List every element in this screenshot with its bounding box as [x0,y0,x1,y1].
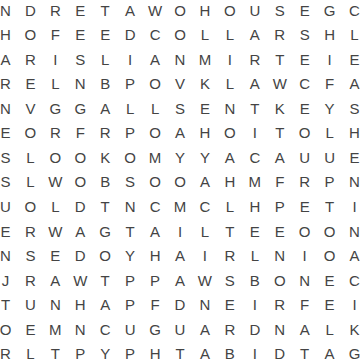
grid-cell[interactable]: A [143,47,168,72]
grid-cell[interactable]: N [342,219,360,244]
grid-cell[interactable]: N [68,72,93,97]
grid-cell[interactable]: P [118,268,143,293]
grid-cell[interactable]: O [267,268,292,293]
grid-cell[interactable]: I [118,47,143,72]
grid-cell[interactable]: E [242,219,267,244]
grid-cell[interactable]: U [242,0,267,23]
grid-cell[interactable]: P [118,121,143,146]
grid-cell[interactable]: G [93,219,118,244]
grid-cell[interactable]: N [267,243,292,268]
grid-cell[interactable]: G [317,0,342,23]
grid-cell[interactable]: R [18,47,43,72]
grid-cell[interactable]: F [317,72,342,97]
grid-cell[interactable]: T [317,194,342,219]
grid-cell[interactable]: H [192,0,217,23]
grid-cell[interactable]: O [18,121,43,146]
grid-cell[interactable]: V [18,96,43,121]
grid-cell[interactable]: O [317,219,342,244]
grid-cell[interactable]: P [118,72,143,97]
grid-cell[interactable]: A [267,145,292,170]
grid-cell[interactable]: E [43,243,68,268]
grid-cell[interactable]: A [292,317,317,342]
grid-cell[interactable]: N [43,292,68,317]
grid-cell[interactable]: C [342,0,360,23]
grid-cell[interactable]: U [18,292,43,317]
grid-cell[interactable]: O [93,243,118,268]
grid-cell[interactable]: D [168,292,193,317]
grid-cell[interactable]: U [292,145,317,170]
grid-cell[interactable]: E [292,194,317,219]
grid-cell[interactable]: H [143,243,168,268]
grid-cell[interactable]: E [292,47,317,72]
grid-cell[interactable]: N [342,170,360,195]
grid-cell[interactable]: N [192,292,217,317]
grid-cell[interactable]: A [93,96,118,121]
grid-cell[interactable]: L [18,170,43,195]
grid-cell[interactable]: T [242,96,267,121]
grid-cell[interactable]: D [68,194,93,219]
grid-cell[interactable]: M [143,145,168,170]
grid-cell[interactable]: L [217,72,242,97]
grid-cell[interactable]: T [217,219,242,244]
grid-cell[interactable]: A [192,341,217,361]
grid-cell[interactable]: L [342,23,360,48]
grid-cell[interactable]: A [93,292,118,317]
grid-cell[interactable]: A [342,72,360,97]
grid-cell[interactable]: M [192,47,217,72]
grid-cell[interactable]: R [267,23,292,48]
grid-cell[interactable]: R [242,47,267,72]
grid-cell[interactable]: E [342,145,360,170]
grid-cell[interactable]: M [168,194,193,219]
grid-cell[interactable]: S [118,170,143,195]
grid-cell[interactable]: A [168,268,193,293]
grid-cell[interactable]: E [342,47,360,72]
grid-cell[interactable]: U [317,145,342,170]
grid-cell[interactable]: E [18,317,43,342]
grid-cell[interactable]: K [342,317,360,342]
grid-cell[interactable]: T [0,292,18,317]
grid-cell[interactable]: W [192,268,217,293]
grid-cell[interactable]: A [43,268,68,293]
grid-cell[interactable]: T [43,341,68,361]
grid-cell[interactable]: W [267,72,292,97]
grid-cell[interactable]: A [0,47,18,72]
grid-cell[interactable]: H [242,194,267,219]
grid-cell[interactable]: H [317,23,342,48]
grid-cell[interactable]: N [217,96,242,121]
grid-cell[interactable]: H [217,170,242,195]
grid-cell[interactable]: A [342,243,360,268]
grid-cell[interactable]: E [217,292,242,317]
grid-cell[interactable]: O [217,121,242,146]
grid-cell[interactable]: A [192,170,217,195]
grid-cell[interactable]: K [192,72,217,97]
grid-cell[interactable]: F [267,170,292,195]
grid-cell[interactable]: L [43,72,68,97]
grid-cell[interactable]: O [292,121,317,146]
grid-cell[interactable]: A [168,121,193,146]
grid-cell[interactable]: E [267,219,292,244]
grid-cell[interactable]: S [0,170,18,195]
grid-cell[interactable]: E [317,292,342,317]
grid-cell[interactable]: L [192,23,217,48]
grid-cell[interactable]: A [242,72,267,97]
grid-cell[interactable]: S [0,145,18,170]
grid-cell[interactable]: N [0,243,18,268]
grid-cell[interactable]: Y [93,341,118,361]
grid-cell[interactable]: A [168,243,193,268]
grid-cell[interactable]: C [192,194,217,219]
grid-cell[interactable]: R [292,170,317,195]
grid-cell[interactable]: R [43,121,68,146]
grid-cell[interactable]: I [242,292,267,317]
grid-cell[interactable]: T [168,341,193,361]
grid-cell[interactable]: I [43,47,68,72]
grid-cell[interactable]: O [143,170,168,195]
grid-cell[interactable]: I [168,219,193,244]
grid-cell[interactable]: L [93,47,118,72]
grid-cell[interactable]: B [242,268,267,293]
grid-cell[interactable]: O [118,145,143,170]
grid-cell[interactable]: Y [192,145,217,170]
grid-cell[interactable]: P [118,341,143,361]
grid-cell[interactable]: F [68,121,93,146]
grid-cell[interactable]: H [192,121,217,146]
grid-cell[interactable]: Y [118,243,143,268]
grid-cell[interactable]: E [292,96,317,121]
grid-cell[interactable]: R [0,72,18,97]
grid-cell[interactable]: U [118,317,143,342]
grid-cell[interactable]: B [217,341,242,361]
grid-cell[interactable]: L [217,194,242,219]
grid-cell[interactable]: C [93,317,118,342]
grid-cell[interactable]: A [317,341,342,361]
grid-cell[interactable]: I [192,243,217,268]
grid-cell[interactable]: T [267,47,292,72]
grid-cell[interactable]: L [118,96,143,121]
grid-cell[interactable]: I [317,47,342,72]
grid-cell[interactable]: B [93,72,118,97]
grid-cell[interactable]: T [292,341,317,361]
grid-cell[interactable]: F [43,23,68,48]
grid-cell[interactable]: O [317,243,342,268]
grid-cell[interactable]: M [242,170,267,195]
grid-cell[interactable]: E [18,72,43,97]
grid-cell[interactable]: H [342,121,360,146]
grid-cell[interactable]: H [143,341,168,361]
grid-cell[interactable]: T [267,121,292,146]
grid-cell[interactable]: S [168,96,193,121]
grid-cell[interactable]: O [0,317,18,342]
grid-cell[interactable]: E [292,0,317,23]
grid-cell[interactable]: I [242,121,267,146]
grid-cell[interactable]: R [93,121,118,146]
grid-cell[interactable]: I [242,341,267,361]
grid-cell[interactable]: S [68,47,93,72]
grid-cell[interactable]: O [217,0,242,23]
grid-cell[interactable]: L [242,243,267,268]
grid-cell[interactable]: O [18,194,43,219]
grid-cell[interactable]: H [0,23,18,48]
grid-cell[interactable]: F [143,292,168,317]
grid-cell[interactable]: P [143,268,168,293]
grid-cell[interactable]: W [143,0,168,23]
grid-cell[interactable]: O [18,23,43,48]
grid-cell[interactable]: A [217,145,242,170]
grid-cell[interactable]: L [18,145,43,170]
grid-cell[interactable]: D [118,23,143,48]
grid-cell[interactable]: H [68,292,93,317]
grid-cell[interactable]: S [342,96,360,121]
grid-cell[interactable]: D [267,341,292,361]
grid-cell[interactable]: O [292,219,317,244]
grid-cell[interactable]: R [217,243,242,268]
grid-cell[interactable]: T [93,194,118,219]
grid-cell[interactable]: A [242,23,267,48]
grid-cell[interactable]: N [292,268,317,293]
grid-cell[interactable]: E [0,121,18,146]
grid-cell[interactable]: O [68,145,93,170]
grid-cell[interactable]: O [168,170,193,195]
grid-cell[interactable]: N [168,47,193,72]
grid-cell[interactable]: S [292,23,317,48]
grid-cell[interactable]: N [68,317,93,342]
grid-cell[interactable]: U [0,194,18,219]
grid-cell[interactable]: V [168,72,193,97]
grid-cell[interactable]: O [43,145,68,170]
grid-cell[interactable]: T [93,0,118,23]
grid-cell[interactable]: W [43,170,68,195]
grid-cell[interactable]: J [0,268,18,293]
grid-cell[interactable]: A [192,317,217,342]
grid-cell[interactable]: G [68,96,93,121]
grid-cell[interactable]: M [43,317,68,342]
grid-cell[interactable]: B [93,170,118,195]
grid-cell[interactable]: U [168,317,193,342]
grid-cell[interactable]: I [217,47,242,72]
grid-cell[interactable]: N [0,96,18,121]
grid-cell[interactable]: N [0,0,18,23]
grid-cell[interactable]: O [143,121,168,146]
grid-cell[interactable]: A [143,219,168,244]
grid-cell[interactable]: L [192,219,217,244]
grid-cell[interactable]: A [118,0,143,23]
grid-cell[interactable]: E [68,23,93,48]
grid-cell[interactable]: R [0,341,18,361]
grid-cell[interactable]: K [93,145,118,170]
grid-cell[interactable]: P [118,292,143,317]
grid-cell[interactable]: O [168,23,193,48]
grid-cell[interactable]: C [292,72,317,97]
grid-cell[interactable]: S [217,268,242,293]
grid-cell[interactable]: G [43,96,68,121]
grid-cell[interactable]: R [18,219,43,244]
grid-cell[interactable]: L [317,317,342,342]
grid-cell[interactable]: N [118,194,143,219]
grid-cell[interactable]: I [292,243,317,268]
grid-cell[interactable]: L [143,96,168,121]
grid-cell[interactable]: C [143,23,168,48]
grid-cell[interactable]: N [267,317,292,342]
grid-cell[interactable]: R [217,317,242,342]
grid-cell[interactable]: R [43,0,68,23]
grid-cell[interactable]: L [18,341,43,361]
grid-cell[interactable]: F [292,292,317,317]
grid-cell[interactable]: D [68,243,93,268]
grid-cell[interactable]: O [68,170,93,195]
grid-cell[interactable]: L [217,23,242,48]
grid-cell[interactable]: O [143,72,168,97]
grid-cell[interactable]: P [267,194,292,219]
grid-cell[interactable]: E [317,268,342,293]
grid-cell[interactable]: T [93,268,118,293]
grid-cell[interactable]: C [342,268,360,293]
grid-cell[interactable]: E [0,219,18,244]
grid-cell[interactable]: C [242,145,267,170]
grid-cell[interactable]: K [267,96,292,121]
grid-cell[interactable]: E [93,23,118,48]
grid-cell[interactable]: O [168,0,193,23]
grid-cell[interactable]: T [118,219,143,244]
grid-cell[interactable]: I [342,292,360,317]
grid-cell[interactable]: S [267,0,292,23]
grid-cell[interactable]: L [43,194,68,219]
grid-cell[interactable]: W [43,219,68,244]
grid-cell[interactable]: A [68,219,93,244]
grid-cell[interactable]: Y [317,96,342,121]
grid-cell[interactable]: W [68,268,93,293]
word-search-grid: NDRETAWOHOUSEGCHOFEEDCOLLARSHLARISLIANMI… [0,0,360,361]
grid-cell[interactable]: E [192,96,217,121]
grid-cell[interactable]: D [242,317,267,342]
grid-cell[interactable]: S [18,243,43,268]
grid-cell[interactable]: L [317,121,342,146]
grid-cell[interactable]: G [342,341,360,361]
grid-cell[interactable]: I [342,194,360,219]
grid-cell[interactable]: R [267,292,292,317]
grid-cell[interactable]: P [68,341,93,361]
grid-cell[interactable]: E [68,0,93,23]
grid-cell[interactable]: P [317,170,342,195]
grid-cell[interactable]: C [143,194,168,219]
grid-cell[interactable]: Y [168,145,193,170]
grid-cell[interactable]: G [143,317,168,342]
grid-cell[interactable]: D [18,0,43,23]
grid-cell[interactable]: R [18,268,43,293]
